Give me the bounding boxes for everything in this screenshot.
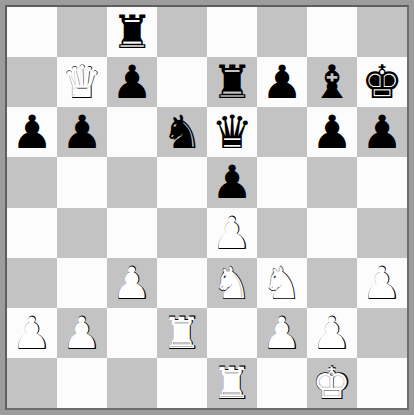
- square-c6[interactable]: [107, 107, 157, 157]
- square-b5[interactable]: [57, 157, 107, 207]
- square-c5[interactable]: [107, 157, 157, 207]
- square-f8[interactable]: [257, 7, 307, 57]
- square-h7[interactable]: ♚: [357, 57, 407, 107]
- square-e7[interactable]: ♜: [207, 57, 257, 107]
- square-f5[interactable]: [257, 157, 307, 207]
- piece-black-pawn: ♟: [261, 59, 302, 105]
- square-f3[interactable]: ♞♘: [257, 258, 307, 308]
- piece-white-pawn: ♟♙: [61, 310, 102, 356]
- square-a6[interactable]: ♟: [7, 107, 57, 157]
- square-h8[interactable]: [357, 7, 407, 57]
- piece-white-pawn: ♟♙: [311, 310, 352, 356]
- piece-white-pawn: ♟♙: [111, 260, 152, 306]
- square-e1[interactable]: ♜♖: [207, 358, 257, 408]
- piece-black-pawn: ♟: [361, 109, 402, 155]
- square-b6[interactable]: ♟: [57, 107, 107, 157]
- square-g2[interactable]: ♟♙: [307, 308, 357, 358]
- square-a8[interactable]: [7, 7, 57, 57]
- square-e5[interactable]: ♟: [207, 157, 257, 207]
- square-d5[interactable]: [157, 157, 207, 207]
- square-f7[interactable]: ♟: [257, 57, 307, 107]
- chess-board-frame: ♜♛♕♟♜♟♝♚♟♟♞♛♟♟♟♟♙♟♙♞♘♞♘♟♙♟♙♟♙♜♖♟♙♟♙♜♖♚♔: [0, 0, 414, 415]
- square-d3[interactable]: [157, 258, 207, 308]
- square-d4[interactable]: [157, 208, 207, 258]
- square-h3[interactable]: ♟♙: [357, 258, 407, 308]
- piece-black-pawn: ♟: [61, 109, 102, 155]
- piece-white-queen: ♛♕: [61, 59, 102, 105]
- square-g3[interactable]: [307, 258, 357, 308]
- square-e2[interactable]: [207, 308, 257, 358]
- square-e3[interactable]: ♞♘: [207, 258, 257, 308]
- square-c4[interactable]: [107, 208, 157, 258]
- piece-white-knight: ♞♘: [211, 260, 252, 306]
- piece-black-rook: ♜: [211, 59, 252, 105]
- square-b8[interactable]: [57, 7, 107, 57]
- square-a1[interactable]: [7, 358, 57, 408]
- piece-black-pawn: ♟: [11, 109, 52, 155]
- square-b7[interactable]: ♛♕: [57, 57, 107, 107]
- square-b4[interactable]: [57, 208, 107, 258]
- square-d8[interactable]: [157, 7, 207, 57]
- square-c1[interactable]: [107, 358, 157, 408]
- square-d6[interactable]: ♞: [157, 107, 207, 157]
- piece-white-king: ♚♔: [311, 360, 352, 406]
- square-a4[interactable]: [7, 208, 57, 258]
- square-g6[interactable]: ♟: [307, 107, 357, 157]
- square-c8[interactable]: ♜: [107, 7, 157, 57]
- square-e4[interactable]: ♟♙: [207, 208, 257, 258]
- square-a7[interactable]: [7, 57, 57, 107]
- square-b3[interactable]: [57, 258, 107, 308]
- square-e6[interactable]: ♛: [207, 107, 257, 157]
- square-a3[interactable]: [7, 258, 57, 308]
- square-g5[interactable]: [307, 157, 357, 207]
- piece-white-rook: ♜♖: [211, 360, 252, 406]
- square-g7[interactable]: ♝: [307, 57, 357, 107]
- square-a5[interactable]: [7, 157, 57, 207]
- piece-black-knight: ♞: [161, 109, 202, 155]
- square-a2[interactable]: ♟♙: [7, 308, 57, 358]
- square-h2[interactable]: [357, 308, 407, 358]
- piece-black-king: ♚: [361, 59, 402, 105]
- square-h4[interactable]: [357, 208, 407, 258]
- piece-black-pawn: ♟: [111, 59, 152, 105]
- square-d1[interactable]: [157, 358, 207, 408]
- chess-board: ♜♛♕♟♜♟♝♚♟♟♞♛♟♟♟♟♙♟♙♞♘♞♘♟♙♟♙♟♙♜♖♟♙♟♙♜♖♚♔: [5, 5, 409, 410]
- piece-white-pawn: ♟♙: [261, 310, 302, 356]
- square-c7[interactable]: ♟: [107, 57, 157, 107]
- piece-black-queen: ♛: [211, 109, 252, 155]
- square-h1[interactable]: [357, 358, 407, 408]
- piece-white-rook: ♜♖: [161, 310, 202, 356]
- piece-black-rook: ♜: [111, 9, 152, 55]
- square-f6[interactable]: [257, 107, 307, 157]
- piece-white-pawn: ♟♙: [11, 310, 52, 356]
- square-d7[interactable]: [157, 57, 207, 107]
- piece-black-bishop: ♝: [311, 59, 352, 105]
- square-c3[interactable]: ♟♙: [107, 258, 157, 308]
- square-h6[interactable]: ♟: [357, 107, 407, 157]
- square-h5[interactable]: [357, 157, 407, 207]
- piece-white-pawn: ♟♙: [211, 210, 252, 256]
- square-c2[interactable]: [107, 308, 157, 358]
- square-f4[interactable]: [257, 208, 307, 258]
- square-e8[interactable]: [207, 7, 257, 57]
- square-f1[interactable]: [257, 358, 307, 408]
- square-b2[interactable]: ♟♙: [57, 308, 107, 358]
- square-g1[interactable]: ♚♔: [307, 358, 357, 408]
- piece-white-pawn: ♟♙: [361, 260, 402, 306]
- piece-white-knight: ♞♘: [261, 260, 302, 306]
- square-g4[interactable]: [307, 208, 357, 258]
- piece-black-pawn: ♟: [211, 159, 252, 205]
- square-f2[interactable]: ♟♙: [257, 308, 307, 358]
- square-g8[interactable]: [307, 7, 357, 57]
- square-d2[interactable]: ♜♖: [157, 308, 207, 358]
- piece-black-pawn: ♟: [311, 109, 352, 155]
- square-b1[interactable]: [57, 358, 107, 408]
